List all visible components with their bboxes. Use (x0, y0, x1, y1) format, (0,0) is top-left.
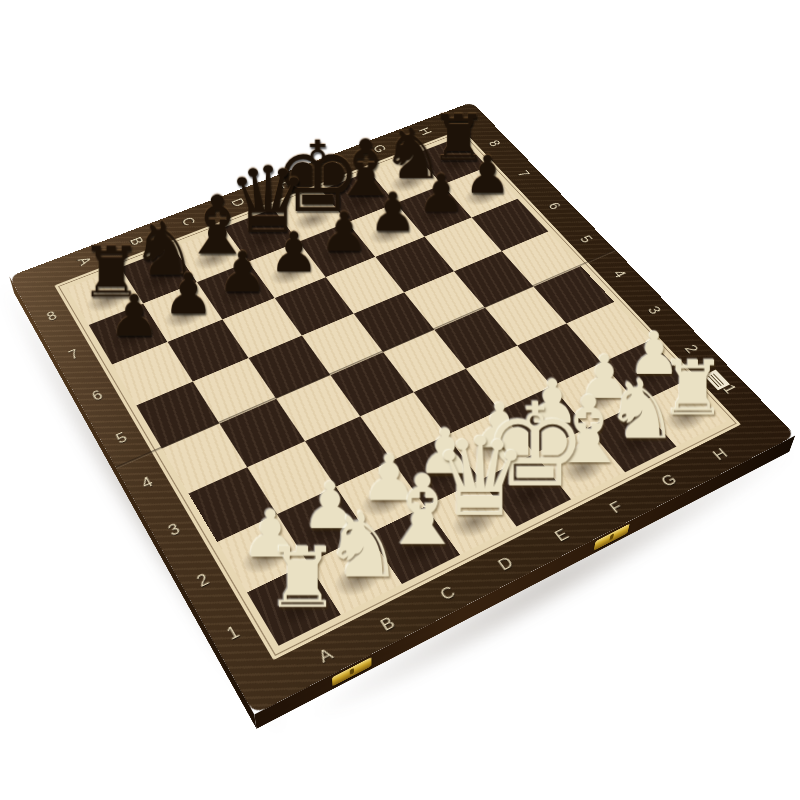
chessboard-photo: ♜♞♝♛♚♝♞♜♟♟♟♟♟♟♟♟♟♟♟♟♟♟♟♟♜♞♝♛♚♝♞♜ ABCDEFG… (0, 0, 800, 800)
chess-board: ♜♞♝♛♚♝♞♜♟♟♟♟♟♟♟♟♟♟♟♟♟♟♟♟♜♞♝♛♚♝♞♜ ABCDEFG… (9, 102, 795, 714)
board-top-face: ♜♞♝♛♚♝♞♜♟♟♟♟♟♟♟♟♟♟♟♟♟♟♟♟♜♞♝♛♚♝♞♜ ABCDEFG… (9, 102, 795, 714)
white-rook-a1[interactable]: ♜ (265, 538, 340, 618)
